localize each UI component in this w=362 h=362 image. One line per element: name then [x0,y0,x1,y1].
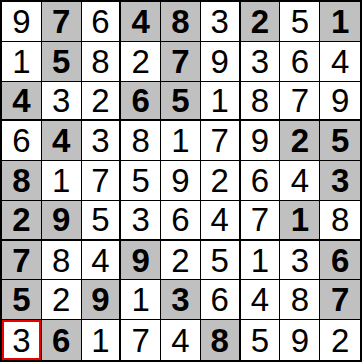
cell-r6c2[interactable]: 9 [42,201,82,241]
cell-r1c5[interactable]: 8 [161,2,201,42]
cell-r8c7[interactable]: 4 [241,280,281,320]
cell-r5c4[interactable]: 5 [121,161,161,201]
cell-r1c6[interactable]: 3 [201,2,241,42]
cell-r6c8[interactable]: 1 [280,201,320,241]
cell-r3c2[interactable]: 3 [42,82,82,122]
cell-r2c2[interactable]: 5 [42,42,82,82]
cell-r2c8[interactable]: 6 [280,42,320,82]
cell-r9c6[interactable]: 8 [201,320,241,360]
cell-r7c7[interactable]: 1 [241,241,281,281]
cell-r3c9[interactable]: 9 [320,82,360,122]
cell-r1c7[interactable]: 2 [241,2,281,42]
cell-r9c1[interactable]: 3 [2,320,42,360]
cell-r2c3[interactable]: 8 [82,42,122,82]
cell-r7c2[interactable]: 8 [42,241,82,281]
cell-r6c7[interactable]: 7 [241,201,281,241]
cell-r1c4[interactable]: 4 [121,2,161,42]
cell-r7c5[interactable]: 2 [161,241,201,281]
cell-r4c8[interactable]: 2 [280,121,320,161]
cell-r2c7[interactable]: 3 [241,42,281,82]
cell-r9c3[interactable]: 1 [82,320,122,360]
cell-r7c8[interactable]: 3 [280,241,320,281]
cell-r5c8[interactable]: 4 [280,161,320,201]
cell-r2c5[interactable]: 7 [161,42,201,82]
cell-r5c3[interactable]: 7 [82,161,122,201]
cell-r2c1[interactable]: 1 [2,42,42,82]
cell-r4c9[interactable]: 5 [320,121,360,161]
cell-r4c5[interactable]: 1 [161,121,201,161]
cell-r5c6[interactable]: 2 [201,161,241,201]
cell-r6c5[interactable]: 6 [161,201,201,241]
cell-r3c1[interactable]: 4 [2,82,42,122]
cell-r9c8[interactable]: 9 [280,320,320,360]
cell-r6c4[interactable]: 3 [121,201,161,241]
cell-r9c5[interactable]: 4 [161,320,201,360]
cell-r5c7[interactable]: 6 [241,161,281,201]
cell-r8c8[interactable]: 8 [280,280,320,320]
cell-r6c9[interactable]: 8 [320,201,360,241]
cell-r9c9[interactable]: 2 [320,320,360,360]
cell-r5c2[interactable]: 1 [42,161,82,201]
cell-r8c2[interactable]: 2 [42,280,82,320]
cell-r7c6[interactable]: 5 [201,241,241,281]
cell-r7c3[interactable]: 4 [82,241,122,281]
cell-r8c3[interactable]: 9 [82,280,122,320]
cell-r4c3[interactable]: 3 [82,121,122,161]
cell-r3c6[interactable]: 1 [201,82,241,122]
cell-r1c9[interactable]: 1 [320,2,360,42]
cell-r4c1[interactable]: 6 [2,121,42,161]
cell-r8c6[interactable]: 6 [201,280,241,320]
cell-r8c1[interactable]: 5 [2,280,42,320]
cell-r1c2[interactable]: 7 [42,2,82,42]
cell-r2c9[interactable]: 4 [320,42,360,82]
cell-r1c3[interactable]: 6 [82,2,122,42]
cell-r1c1[interactable]: 9 [2,2,42,42]
cell-r3c8[interactable]: 7 [280,82,320,122]
cell-r4c6[interactable]: 7 [201,121,241,161]
cell-r7c4[interactable]: 9 [121,241,161,281]
cell-r2c4[interactable]: 2 [121,42,161,82]
cell-r8c4[interactable]: 1 [121,280,161,320]
cell-r3c5[interactable]: 5 [161,82,201,122]
cell-r7c9[interactable]: 6 [320,241,360,281]
cell-r5c1[interactable]: 8 [2,161,42,201]
cell-r1c8[interactable]: 5 [280,2,320,42]
cell-r6c6[interactable]: 4 [201,201,241,241]
cell-r6c3[interactable]: 5 [82,201,122,241]
sudoku-board: 9764832511582793644326518796438179258175… [0,0,362,362]
cell-r4c4[interactable]: 8 [121,121,161,161]
cell-r9c2[interactable]: 6 [42,320,82,360]
cell-r4c7[interactable]: 9 [241,121,281,161]
cell-r2c6[interactable]: 9 [201,42,241,82]
cell-r3c7[interactable]: 8 [241,82,281,122]
cell-r4c2[interactable]: 4 [42,121,82,161]
cell-r3c3[interactable]: 2 [82,82,122,122]
cell-r7c1[interactable]: 7 [2,241,42,281]
cell-r3c4[interactable]: 6 [121,82,161,122]
cell-r5c9[interactable]: 3 [320,161,360,201]
cell-r8c9[interactable]: 7 [320,280,360,320]
cell-r5c5[interactable]: 9 [161,161,201,201]
cell-r8c5[interactable]: 3 [161,280,201,320]
cell-r6c1[interactable]: 2 [2,201,42,241]
cell-r9c4[interactable]: 7 [121,320,161,360]
cell-r9c7[interactable]: 5 [241,320,281,360]
